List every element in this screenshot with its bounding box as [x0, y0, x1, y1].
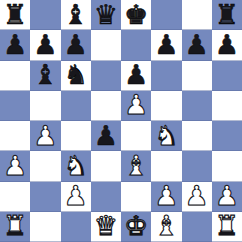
square-b4[interactable]: ♟: [30, 121, 60, 151]
square-e1[interactable]: ♚: [121, 212, 151, 242]
square-g4[interactable]: [182, 121, 212, 151]
piece-black-rook[interactable]: ♜: [215, 1, 239, 28]
square-g7[interactable]: ♟: [182, 30, 212, 60]
square-b1[interactable]: [30, 212, 60, 242]
square-c6[interactable]: ♞: [61, 61, 91, 91]
square-a7[interactable]: ♟: [0, 30, 30, 60]
square-h7[interactable]: ♟: [212, 30, 242, 60]
square-e8[interactable]: ♚: [121, 0, 151, 30]
square-d5[interactable]: [91, 91, 121, 121]
square-d7[interactable]: [91, 30, 121, 60]
piece-white-pawn[interactable]: ♟: [215, 182, 239, 209]
square-e4[interactable]: [121, 121, 151, 151]
square-a1[interactable]: ♜: [0, 212, 30, 242]
square-d3[interactable]: [91, 151, 121, 181]
piece-white-pawn[interactable]: ♟: [64, 182, 88, 209]
square-c7[interactable]: ♟: [61, 30, 91, 60]
square-f4[interactable]: ♞: [151, 121, 181, 151]
square-h3[interactable]: [212, 151, 242, 181]
piece-black-pawn[interactable]: ♟: [3, 31, 27, 58]
square-c2[interactable]: ♟: [61, 182, 91, 212]
square-f3[interactable]: [151, 151, 181, 181]
piece-black-bishop[interactable]: ♝: [64, 1, 88, 28]
square-h1[interactable]: ♜: [212, 212, 242, 242]
square-g6[interactable]: [182, 61, 212, 91]
piece-black-pawn[interactable]: ♟: [94, 122, 118, 149]
square-e5[interactable]: ♟: [121, 91, 151, 121]
square-a6[interactable]: [0, 61, 30, 91]
square-d6[interactable]: [91, 61, 121, 91]
square-f6[interactable]: [151, 61, 181, 91]
piece-white-rook[interactable]: ♜: [3, 212, 27, 239]
square-b5[interactable]: [30, 91, 60, 121]
piece-white-pawn[interactable]: ♟: [3, 152, 27, 179]
piece-black-knight[interactable]: ♞: [64, 61, 88, 88]
square-e6[interactable]: ♟: [121, 61, 151, 91]
piece-white-pawn[interactable]: ♟: [124, 91, 148, 118]
square-h2[interactable]: ♟: [212, 182, 242, 212]
square-h6[interactable]: [212, 61, 242, 91]
square-g2[interactable]: ♟: [182, 182, 212, 212]
chess-board: ♜♝♛♚♜♟♟♟♟♟♟♝♞♟♟♟♟♞♟♞♝♟♟♟♟♜♛♚♝♜: [0, 0, 242, 242]
square-a4[interactable]: [0, 121, 30, 151]
square-h5[interactable]: [212, 91, 242, 121]
square-e2[interactable]: [121, 182, 151, 212]
square-g3[interactable]: [182, 151, 212, 181]
square-a2[interactable]: [0, 182, 30, 212]
square-g5[interactable]: [182, 91, 212, 121]
piece-white-knight[interactable]: ♞: [154, 122, 178, 149]
square-d2[interactable]: [91, 182, 121, 212]
piece-white-bishop[interactable]: ♝: [124, 152, 148, 179]
square-h4[interactable]: [212, 121, 242, 151]
square-a5[interactable]: [0, 91, 30, 121]
piece-white-bishop[interactable]: ♝: [154, 212, 178, 239]
square-f8[interactable]: [151, 0, 181, 30]
square-f7[interactable]: ♟: [151, 30, 181, 60]
piece-black-bishop[interactable]: ♝: [33, 61, 57, 88]
piece-black-pawn[interactable]: ♟: [33, 31, 57, 58]
piece-black-pawn[interactable]: ♟: [185, 31, 209, 58]
square-h8[interactable]: ♜: [212, 0, 242, 30]
square-b8[interactable]: [30, 0, 60, 30]
square-b3[interactable]: [30, 151, 60, 181]
square-f1[interactable]: ♝: [151, 212, 181, 242]
square-f5[interactable]: [151, 91, 181, 121]
square-c3[interactable]: ♞: [61, 151, 91, 181]
piece-white-pawn[interactable]: ♟: [33, 122, 57, 149]
piece-white-pawn[interactable]: ♟: [154, 182, 178, 209]
square-e7[interactable]: [121, 30, 151, 60]
piece-white-rook[interactable]: ♜: [215, 212, 239, 239]
square-d8[interactable]: ♛: [91, 0, 121, 30]
square-b7[interactable]: ♟: [30, 30, 60, 60]
piece-black-queen[interactable]: ♛: [94, 1, 118, 28]
square-g1[interactable]: [182, 212, 212, 242]
piece-black-pawn[interactable]: ♟: [124, 61, 148, 88]
piece-black-king[interactable]: ♚: [124, 1, 148, 28]
piece-black-pawn[interactable]: ♟: [215, 31, 239, 58]
square-d4[interactable]: ♟: [91, 121, 121, 151]
piece-white-queen[interactable]: ♛: [94, 212, 118, 239]
square-d1[interactable]: ♛: [91, 212, 121, 242]
piece-white-pawn[interactable]: ♟: [185, 182, 209, 209]
piece-white-knight[interactable]: ♞: [64, 152, 88, 179]
square-a3[interactable]: ♟: [0, 151, 30, 181]
square-e3[interactable]: ♝: [121, 151, 151, 181]
square-g8[interactable]: [182, 0, 212, 30]
square-f2[interactable]: ♟: [151, 182, 181, 212]
piece-white-king[interactable]: ♚: [124, 212, 148, 239]
piece-black-pawn[interactable]: ♟: [154, 31, 178, 58]
square-b2[interactable]: [30, 182, 60, 212]
piece-black-pawn[interactable]: ♟: [64, 31, 88, 58]
square-c5[interactable]: [61, 91, 91, 121]
square-a8[interactable]: ♜: [0, 0, 30, 30]
square-b6[interactable]: ♝: [30, 61, 60, 91]
square-c1[interactable]: [61, 212, 91, 242]
square-c8[interactable]: ♝: [61, 0, 91, 30]
square-c4[interactable]: [61, 121, 91, 151]
piece-black-rook[interactable]: ♜: [3, 1, 27, 28]
